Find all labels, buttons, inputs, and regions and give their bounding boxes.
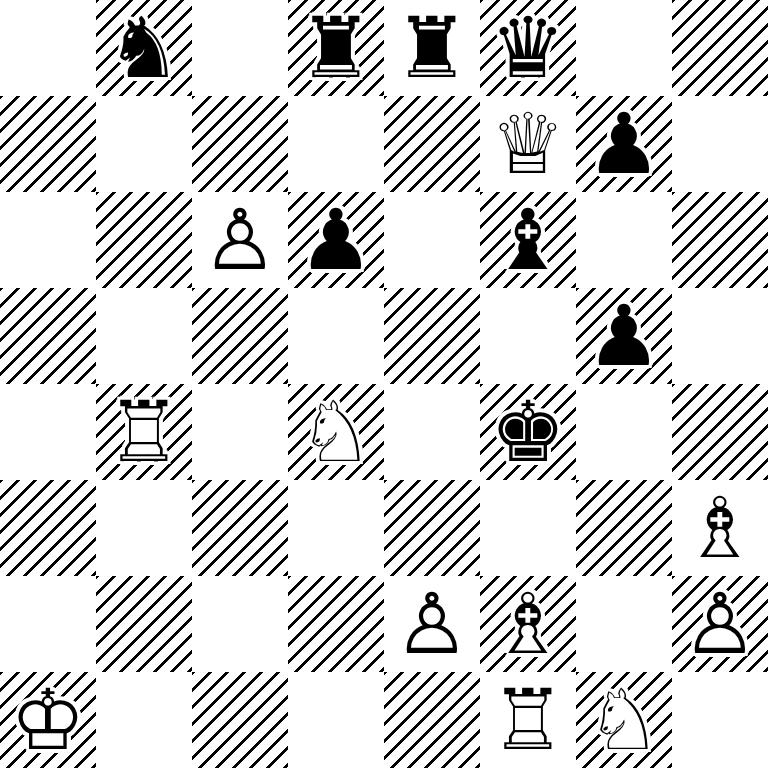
square-e1[interactable] [384, 672, 480, 768]
white-pawn[interactable]: ♟♙ [384, 576, 480, 672]
square-g8[interactable] [576, 0, 672, 96]
square-a1[interactable]: ♚♔ [0, 672, 96, 768]
white-rook-icon: ♖ [480, 672, 576, 768]
square-g7[interactable]: ♟♟ [576, 96, 672, 192]
square-b7[interactable] [96, 96, 192, 192]
square-d1[interactable] [288, 672, 384, 768]
black-king-icon: ♚ [480, 384, 576, 480]
square-f7[interactable]: ♛♕ [480, 96, 576, 192]
black-pawn-icon: ♟ [576, 96, 672, 192]
black-rook-icon: ♜ [384, 0, 480, 96]
square-e5[interactable] [384, 288, 480, 384]
square-a5[interactable] [0, 288, 96, 384]
square-c5[interactable] [192, 288, 288, 384]
square-f4[interactable]: ♚♚ [480, 384, 576, 480]
square-g2[interactable] [576, 576, 672, 672]
square-g1[interactable]: ♞♘ [576, 672, 672, 768]
square-d7[interactable] [288, 96, 384, 192]
black-queen[interactable]: ♛♛ [480, 0, 576, 96]
square-a8[interactable] [0, 0, 96, 96]
white-bishop-icon: ♗ [672, 480, 768, 576]
black-pawn[interactable]: ♟♟ [576, 288, 672, 384]
white-pawn[interactable]: ♟♙ [672, 576, 768, 672]
square-c3[interactable] [192, 480, 288, 576]
white-knight-icon: ♘ [288, 384, 384, 480]
square-b8[interactable]: ♞♞ [96, 0, 192, 96]
white-knight[interactable]: ♞♘ [576, 672, 672, 768]
white-queen[interactable]: ♛♕ [480, 96, 576, 192]
white-rook-icon: ♖ [96, 384, 192, 480]
square-f6[interactable]: ♝♝ [480, 192, 576, 288]
square-f5[interactable] [480, 288, 576, 384]
square-f8[interactable]: ♛♛ [480, 0, 576, 96]
white-pawn-icon: ♙ [192, 192, 288, 288]
square-c7[interactable] [192, 96, 288, 192]
square-h5[interactable] [672, 288, 768, 384]
black-knight-icon: ♞ [96, 0, 192, 96]
square-c2[interactable] [192, 576, 288, 672]
square-h4[interactable] [672, 384, 768, 480]
square-c1[interactable] [192, 672, 288, 768]
white-pawn[interactable]: ♟♙ [192, 192, 288, 288]
square-a4[interactable] [0, 384, 96, 480]
black-pawn[interactable]: ♟♟ [576, 96, 672, 192]
square-f2[interactable]: ♝♗ [480, 576, 576, 672]
square-c8[interactable] [192, 0, 288, 96]
square-h3[interactable]: ♝♗ [672, 480, 768, 576]
black-knight[interactable]: ♞♞ [96, 0, 192, 96]
square-d3[interactable] [288, 480, 384, 576]
square-b5[interactable] [96, 288, 192, 384]
white-knight-icon: ♘ [576, 672, 672, 768]
square-a2[interactable] [0, 576, 96, 672]
black-rook[interactable]: ♜♜ [384, 0, 480, 96]
white-king[interactable]: ♚♔ [0, 672, 96, 768]
square-d8[interactable]: ♜♜ [288, 0, 384, 96]
square-h6[interactable] [672, 192, 768, 288]
square-a3[interactable] [0, 480, 96, 576]
black-pawn-icon: ♟ [576, 288, 672, 384]
black-queen-icon: ♛ [480, 0, 576, 96]
black-bishop[interactable]: ♝♝ [480, 192, 576, 288]
square-d6[interactable]: ♟♟ [288, 192, 384, 288]
white-king-icon: ♔ [0, 672, 96, 768]
black-rook-icon: ♜ [288, 0, 384, 96]
square-f1[interactable]: ♜♖ [480, 672, 576, 768]
square-b2[interactable] [96, 576, 192, 672]
square-h1[interactable] [672, 672, 768, 768]
square-e6[interactable] [384, 192, 480, 288]
black-bishop-icon: ♝ [480, 192, 576, 288]
black-king[interactable]: ♚♚ [480, 384, 576, 480]
black-rook[interactable]: ♜♜ [288, 0, 384, 96]
white-rook[interactable]: ♜♖ [480, 672, 576, 768]
chess-board: ♞♞♜♜♜♜♛♛♛♕♟♟♟♙♟♟♝♝♟♟♜♖♞♘♚♚♝♗♟♙♝♗♟♙♚♔♜♖♞♘ [0, 0, 768, 768]
white-rook[interactable]: ♜♖ [96, 384, 192, 480]
square-e8[interactable]: ♜♜ [384, 0, 480, 96]
square-d4[interactable]: ♞♘ [288, 384, 384, 480]
white-bishop[interactable]: ♝♗ [672, 480, 768, 576]
square-h8[interactable] [672, 0, 768, 96]
square-e3[interactable] [384, 480, 480, 576]
square-b3[interactable] [96, 480, 192, 576]
black-pawn[interactable]: ♟♟ [288, 192, 384, 288]
square-d2[interactable] [288, 576, 384, 672]
square-a6[interactable] [0, 192, 96, 288]
square-e2[interactable]: ♟♙ [384, 576, 480, 672]
square-e4[interactable] [384, 384, 480, 480]
square-f3[interactable] [480, 480, 576, 576]
square-b1[interactable] [96, 672, 192, 768]
square-g3[interactable] [576, 480, 672, 576]
white-bishop-icon: ♗ [480, 576, 576, 672]
square-c6[interactable]: ♟♙ [192, 192, 288, 288]
square-d5[interactable] [288, 288, 384, 384]
white-queen-icon: ♕ [480, 96, 576, 192]
square-h2[interactable]: ♟♙ [672, 576, 768, 672]
square-g6[interactable] [576, 192, 672, 288]
white-pawn-icon: ♙ [672, 576, 768, 672]
white-knight[interactable]: ♞♘ [288, 384, 384, 480]
square-g4[interactable] [576, 384, 672, 480]
square-h7[interactable] [672, 96, 768, 192]
square-b4[interactable]: ♜♖ [96, 384, 192, 480]
white-bishop[interactable]: ♝♗ [480, 576, 576, 672]
square-a7[interactable] [0, 96, 96, 192]
square-g5[interactable]: ♟♟ [576, 288, 672, 384]
black-pawn-icon: ♟ [288, 192, 384, 288]
white-pawn-icon: ♙ [384, 576, 480, 672]
square-c4[interactable] [192, 384, 288, 480]
square-e7[interactable] [384, 96, 480, 192]
square-b6[interactable] [96, 192, 192, 288]
